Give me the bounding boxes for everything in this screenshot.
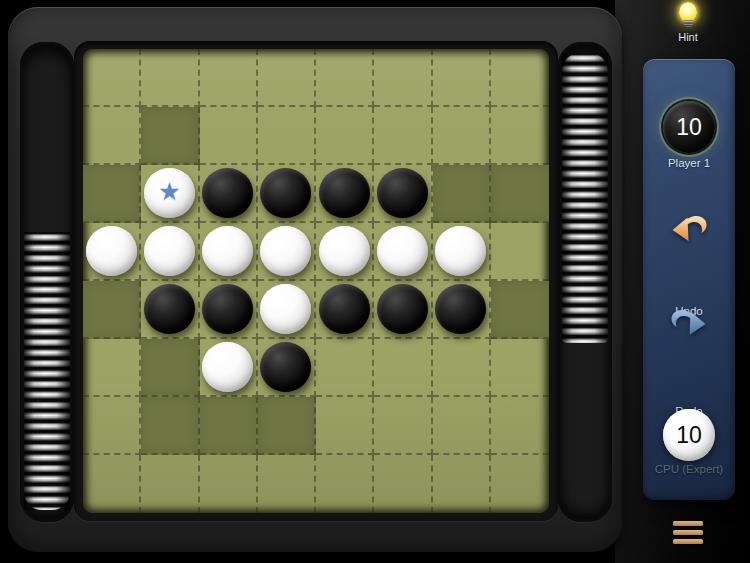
player1-score-disc: 10 <box>663 101 715 153</box>
star-marker-icon: ★ <box>158 179 180 204</box>
board-cell[interactable] <box>491 49 549 107</box>
board-cell[interactable] <box>83 49 141 107</box>
board-cell[interactable] <box>258 281 316 339</box>
hamburger-icon <box>673 539 703 544</box>
board-cell[interactable] <box>141 339 199 397</box>
board-cell[interactable] <box>200 339 258 397</box>
hamburger-icon <box>673 521 703 526</box>
white-disc <box>86 226 137 276</box>
black-disc <box>435 284 486 334</box>
board-cell[interactable] <box>433 165 491 223</box>
hamburger-icon <box>673 530 703 535</box>
control-panel: 10 Player 1 Undo <box>643 59 735 500</box>
black-disc <box>260 342 311 392</box>
board-cell[interactable] <box>316 339 374 397</box>
redo-button[interactable] <box>669 303 709 339</box>
hint-label: Hint <box>678 31 698 43</box>
board-grid: ★ <box>83 49 549 513</box>
board-surface: ★ <box>83 49 549 513</box>
board-cell[interactable] <box>491 455 549 513</box>
board-cell[interactable] <box>433 223 491 281</box>
board-cell[interactable] <box>83 165 141 223</box>
board-cell[interactable] <box>316 223 374 281</box>
board-cell[interactable] <box>258 107 316 165</box>
lightbulb-glass <box>679 2 697 22</box>
board-cell[interactable] <box>374 107 432 165</box>
menu-button[interactable] <box>667 514 709 550</box>
board-cell[interactable] <box>83 397 141 455</box>
disc-tray-right <box>558 42 612 522</box>
board-cell[interactable] <box>200 165 258 223</box>
black-disc <box>144 284 195 334</box>
cpu-score-disc: 10 <box>663 409 715 461</box>
board-cell[interactable] <box>491 281 549 339</box>
hint-button[interactable]: Hint <box>661 2 715 43</box>
white-disc <box>435 226 486 276</box>
white-disc <box>319 226 370 276</box>
board-cell[interactable] <box>200 107 258 165</box>
board-cell[interactable] <box>141 107 199 165</box>
black-disc <box>202 168 253 218</box>
board-cell[interactable]: ★ <box>141 165 199 223</box>
board-cell[interactable] <box>433 455 491 513</box>
cpu-score: 10 <box>676 422 702 449</box>
board-cell[interactable] <box>433 397 491 455</box>
board-cell[interactable] <box>200 223 258 281</box>
board-cell[interactable] <box>374 339 432 397</box>
board-cell[interactable] <box>141 49 199 107</box>
board-cell[interactable] <box>200 397 258 455</box>
board-cell[interactable] <box>258 455 316 513</box>
white-disc <box>144 226 195 276</box>
board-frame: ★ <box>8 7 622 552</box>
white-disc <box>202 342 253 392</box>
board-cell[interactable] <box>316 165 374 223</box>
player1-score: 10 <box>676 114 702 141</box>
board-cell[interactable] <box>83 107 141 165</box>
black-disc <box>319 284 370 334</box>
board-cell[interactable] <box>141 281 199 339</box>
board-cell[interactable] <box>316 49 374 107</box>
disc-tray-left <box>20 42 74 522</box>
board-cell[interactable] <box>433 107 491 165</box>
board-cell[interactable] <box>433 49 491 107</box>
white-disc <box>260 284 311 334</box>
board-cell[interactable] <box>200 455 258 513</box>
board-cell[interactable] <box>491 165 549 223</box>
white-disc <box>377 226 428 276</box>
board-cell[interactable] <box>491 397 549 455</box>
board-cell[interactable] <box>258 339 316 397</box>
board-cell[interactable] <box>491 223 549 281</box>
board-cell[interactable] <box>258 397 316 455</box>
board-cell[interactable] <box>141 397 199 455</box>
board-cell[interactable] <box>491 339 549 397</box>
othello-app: ★ Hint 10 Player 1 Undo <box>0 0 750 563</box>
black-disc <box>377 284 428 334</box>
board-cell[interactable] <box>83 339 141 397</box>
board-cell[interactable] <box>316 281 374 339</box>
board-cell[interactable] <box>258 223 316 281</box>
board-cell[interactable] <box>491 107 549 165</box>
redo-arrow-icon <box>670 303 708 337</box>
black-disc <box>377 168 428 218</box>
disc-stack-left <box>24 232 70 510</box>
board-cell[interactable] <box>258 49 316 107</box>
board-cell[interactable] <box>374 223 432 281</box>
cpu-label: CPU (Expert) <box>643 463 735 475</box>
undo-button[interactable] <box>669 209 709 245</box>
board-cell[interactable] <box>316 455 374 513</box>
board-cell[interactable] <box>374 455 432 513</box>
board-cell[interactable] <box>83 455 141 513</box>
board-cell[interactable] <box>258 165 316 223</box>
board-cell[interactable] <box>83 223 141 281</box>
lightbulb-icon <box>679 2 697 27</box>
board-cell[interactable] <box>374 165 432 223</box>
white-disc <box>202 226 253 276</box>
board-cell[interactable] <box>433 339 491 397</box>
player1-label: Player 1 <box>643 157 735 169</box>
black-disc <box>202 284 253 334</box>
board-cell[interactable] <box>83 281 141 339</box>
board-cell[interactable] <box>200 281 258 339</box>
board-cell[interactable] <box>141 455 199 513</box>
disc-stack-right <box>562 53 608 343</box>
board-cell[interactable] <box>433 281 491 339</box>
white-disc <box>260 226 311 276</box>
board-cell[interactable] <box>374 397 432 455</box>
board-cell[interactable] <box>374 281 432 339</box>
black-disc <box>260 168 311 218</box>
board-cell[interactable] <box>200 49 258 107</box>
board-cell[interactable] <box>141 223 199 281</box>
board-cell[interactable] <box>374 49 432 107</box>
board-cell[interactable] <box>316 107 374 165</box>
lightbulb-base <box>684 20 693 27</box>
black-disc <box>319 168 370 218</box>
white-disc: ★ <box>144 168 195 218</box>
undo-arrow-icon <box>670 209 708 243</box>
board-cell[interactable] <box>316 397 374 455</box>
